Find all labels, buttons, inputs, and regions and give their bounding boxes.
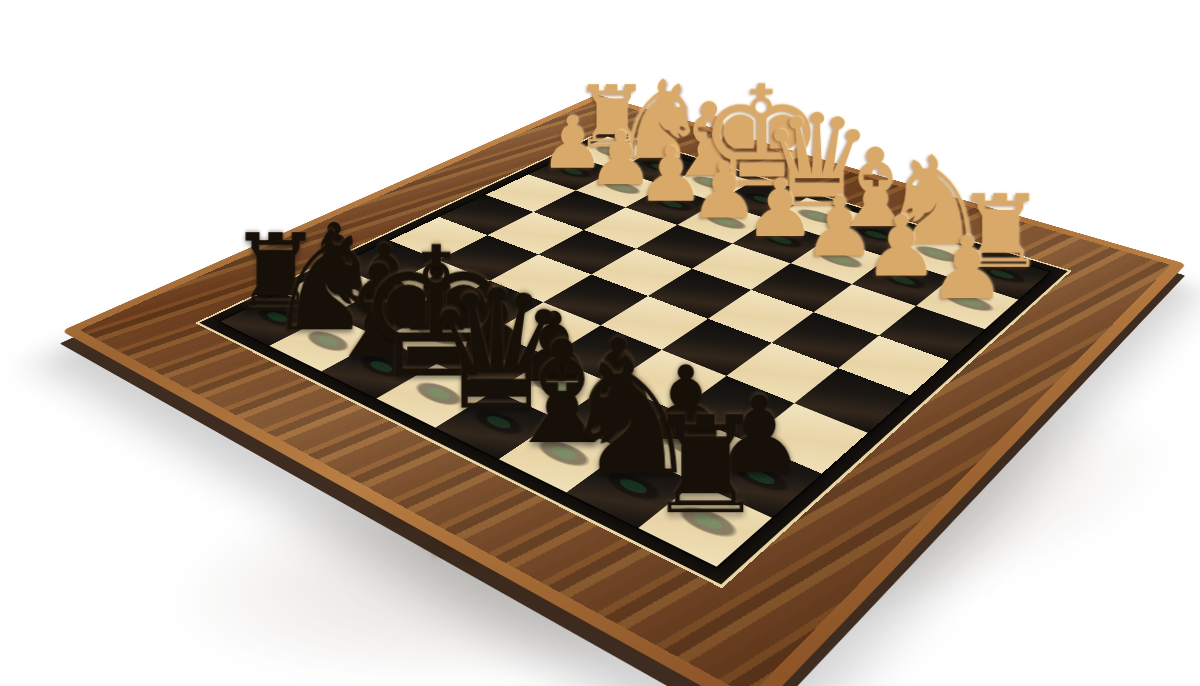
product-photo-scene: ♜♞♝♚♛♝♞♜♟♟♟♟♟♟♟♟♟♟♟♟♟♟♟♟♜♞♝♚♛♝♞♜ — [0, 0, 1200, 686]
chessboard-grid: ♜♞♝♚♛♝♞♜♟♟♟♟♟♟♟♟♟♟♟♟♟♟♟♟♜♞♝♚♛♝♞♜ — [220, 137, 1049, 567]
piece-black-rook-a8[interactable]: ♜ — [563, 399, 847, 533]
square-a8[interactable]: ♜ — [639, 483, 772, 567]
piece-white-pawn-a2[interactable]: ♟ — [857, 224, 1079, 311]
square-a2[interactable]: ♟ — [917, 278, 1019, 329]
board-black-border-band: ♜♞♝♚♛♝♞♜♟♟♟♟♟♟♟♟♟♟♟♟♟♟♟♟♜♞♝♚♛♝♞♜ — [195, 129, 1072, 588]
